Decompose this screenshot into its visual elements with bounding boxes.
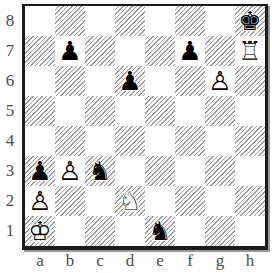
board-grid: ♚♟♟♜♖♟♟♙♟♟♙♞♟♙♞♘♚♔♞ xyxy=(25,6,265,246)
square-c5 xyxy=(85,96,115,126)
square-d6: ♟ xyxy=(115,66,145,96)
square-c1 xyxy=(85,216,115,246)
square-f3 xyxy=(175,156,205,186)
file-label-f: f xyxy=(175,250,205,272)
square-e3 xyxy=(145,156,175,186)
square-g4 xyxy=(205,126,235,156)
black-pawn-f7: ♟ xyxy=(175,36,205,66)
square-h4 xyxy=(235,126,265,156)
square-c2 xyxy=(85,186,115,216)
file-label-a: a xyxy=(25,250,55,272)
square-d3 xyxy=(115,156,145,186)
white-rook-outline-icon: ♖ xyxy=(235,36,265,66)
square-d4 xyxy=(115,126,145,156)
square-d1 xyxy=(115,216,145,246)
square-a5 xyxy=(25,96,55,126)
square-e1: ♞ xyxy=(145,216,175,246)
black-knight-e1: ♞ xyxy=(145,216,175,246)
square-g2 xyxy=(205,186,235,216)
rank-label-2: 2 xyxy=(0,186,20,216)
square-a7 xyxy=(25,36,55,66)
rank-label-3: 3 xyxy=(0,156,20,186)
white-pawn-outline-icon: ♙ xyxy=(55,156,85,186)
white-pawn-outline-icon: ♙ xyxy=(25,186,55,216)
square-h5 xyxy=(235,96,265,126)
square-h7: ♜♖ xyxy=(235,36,265,66)
chess-board-frame: ♚♟♟♜♖♟♟♙♟♟♙♞♟♙♞♘♚♔♞ xyxy=(22,4,268,250)
rank-label-8: 8 xyxy=(0,6,20,36)
square-f8 xyxy=(175,6,205,36)
square-a6 xyxy=(25,66,55,96)
square-b2 xyxy=(55,186,85,216)
square-d7 xyxy=(115,36,145,66)
rank-label-7: 7 xyxy=(0,36,20,66)
black-pawn-d6: ♟ xyxy=(115,66,145,96)
white-pawn-a2: ♟♙ xyxy=(25,186,55,216)
square-b5 xyxy=(55,96,85,126)
square-b7: ♟ xyxy=(55,36,85,66)
square-g1 xyxy=(205,216,235,246)
square-a2: ♟♙ xyxy=(25,186,55,216)
square-b4 xyxy=(55,126,85,156)
square-e7 xyxy=(145,36,175,66)
square-a4 xyxy=(25,126,55,156)
black-pawn-icon: ♟ xyxy=(25,156,55,186)
white-king-outline-icon: ♔ xyxy=(25,216,55,246)
white-pawn-g6: ♟♙ xyxy=(205,66,235,96)
square-g6: ♟♙ xyxy=(205,66,235,96)
black-knight-c3: ♞ xyxy=(85,156,115,186)
square-c4 xyxy=(85,126,115,156)
square-a8 xyxy=(25,6,55,36)
square-b1 xyxy=(55,216,85,246)
black-knight-icon: ♞ xyxy=(85,156,115,186)
rank-label-5: 5 xyxy=(0,96,20,126)
black-pawn-icon: ♟ xyxy=(55,36,85,66)
square-h8: ♚ xyxy=(235,6,265,36)
square-d5 xyxy=(115,96,145,126)
white-pawn-outline-icon: ♙ xyxy=(205,66,235,96)
rank-label-1: 1 xyxy=(0,216,20,246)
black-pawn-b7: ♟ xyxy=(55,36,85,66)
chess-diagram: 8 7 6 5 4 3 2 1 ♚♟♟♜♖♟♟♙♟♟♙♞♟♙♞♘♚♔♞ a b … xyxy=(0,0,272,273)
square-b3: ♟♙ xyxy=(55,156,85,186)
white-rook-h7: ♜♖ xyxy=(235,36,265,66)
square-f1 xyxy=(175,216,205,246)
black-pawn-icon: ♟ xyxy=(115,66,145,96)
square-e8 xyxy=(145,6,175,36)
square-a1: ♚♔ xyxy=(25,216,55,246)
white-king-a1: ♚♔ xyxy=(25,216,55,246)
square-c3: ♞ xyxy=(85,156,115,186)
square-e5 xyxy=(145,96,175,126)
file-label-e: e xyxy=(145,250,175,272)
square-c8 xyxy=(85,6,115,36)
square-d2: ♞♘ xyxy=(115,186,145,216)
black-king-icon: ♚ xyxy=(235,6,265,36)
square-a3: ♟ xyxy=(25,156,55,186)
black-king-h8: ♚ xyxy=(235,6,265,36)
square-f5 xyxy=(175,96,205,126)
square-e4 xyxy=(145,126,175,156)
rank-label-4: 4 xyxy=(0,126,20,156)
square-f4 xyxy=(175,126,205,156)
file-label-g: g xyxy=(205,250,235,272)
square-h1 xyxy=(235,216,265,246)
black-pawn-icon: ♟ xyxy=(175,36,205,66)
square-g7 xyxy=(205,36,235,66)
white-knight-d2: ♞♘ xyxy=(115,186,145,216)
square-h6 xyxy=(235,66,265,96)
file-label-b: b xyxy=(55,250,85,272)
square-f7: ♟ xyxy=(175,36,205,66)
square-e2 xyxy=(145,186,175,216)
square-b8 xyxy=(55,6,85,36)
file-labels: a b c d e f g h xyxy=(25,250,265,272)
rank-labels: 8 7 6 5 4 3 2 1 xyxy=(0,6,20,246)
square-e6 xyxy=(145,66,175,96)
square-c7 xyxy=(85,36,115,66)
black-knight-icon: ♞ xyxy=(145,216,175,246)
square-f2 xyxy=(175,186,205,216)
square-g5 xyxy=(205,96,235,126)
file-label-h: h xyxy=(235,250,265,272)
square-c6 xyxy=(85,66,115,96)
square-d8 xyxy=(115,6,145,36)
file-label-c: c xyxy=(85,250,115,272)
square-h3 xyxy=(235,156,265,186)
square-g8 xyxy=(205,6,235,36)
rank-label-6: 6 xyxy=(0,66,20,96)
square-f6 xyxy=(175,66,205,96)
black-pawn-a3: ♟ xyxy=(25,156,55,186)
file-label-d: d xyxy=(115,250,145,272)
white-pawn-b3: ♟♙ xyxy=(55,156,85,186)
white-knight-outline-icon: ♘ xyxy=(115,186,145,216)
square-g3 xyxy=(205,156,235,186)
square-h2 xyxy=(235,186,265,216)
square-b6 xyxy=(55,66,85,96)
